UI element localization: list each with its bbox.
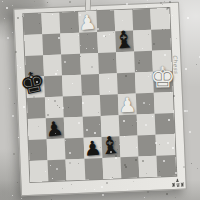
square-a8[interactable]	[23, 13, 42, 35]
off-board-object	[85, 0, 91, 10]
square-b6[interactable]	[43, 55, 62, 77]
square-h5[interactable]: ♚	[153, 71, 172, 93]
logo-pieces-row: ♜♛♜	[171, 182, 184, 188]
square-f6[interactable]	[116, 52, 135, 74]
square-g7[interactable]	[133, 30, 152, 52]
square-f1[interactable]	[120, 156, 139, 178]
square-d6[interactable]	[80, 53, 99, 75]
square-h4[interactable]	[154, 92, 173, 114]
square-b3[interactable]: ♟	[46, 118, 65, 140]
black-bishop[interactable]: ♝	[112, 27, 136, 53]
square-b7[interactable]	[42, 34, 61, 56]
square-b2[interactable]	[47, 138, 66, 160]
white-pawn[interactable]: ♟	[118, 94, 137, 115]
square-f5[interactable]	[117, 72, 136, 94]
square-e4[interactable]	[100, 94, 119, 116]
black-pawn[interactable]: ♟	[44, 118, 64, 140]
square-g4[interactable]	[136, 93, 155, 115]
square-f2[interactable]	[120, 135, 139, 157]
square-e2[interactable]: ♝	[101, 136, 120, 158]
square-a1[interactable]	[30, 160, 49, 182]
board-grid: ♟♝♚♚♟♟♟♝	[23, 8, 175, 182]
square-b1[interactable]	[48, 159, 67, 181]
chess-board: ♟♝♚♚♟♟♟♝ Chess ♟♜♛♜	[13, 2, 186, 197]
square-a5[interactable]: ♚	[26, 76, 45, 98]
square-c1[interactable]	[66, 159, 85, 181]
square-c4[interactable]	[63, 96, 82, 118]
square-e1[interactable]	[102, 157, 121, 179]
square-h1[interactable]	[157, 155, 176, 177]
white-king[interactable]: ♚	[150, 63, 176, 92]
square-d5[interactable]	[81, 74, 100, 96]
square-f3[interactable]	[119, 114, 138, 136]
square-a7[interactable]	[24, 34, 43, 56]
square-d1[interactable]	[84, 158, 103, 180]
square-f4[interactable]: ♟	[118, 93, 137, 115]
square-g3[interactable]	[137, 114, 156, 136]
square-h8[interactable]	[151, 8, 170, 30]
square-h3[interactable]	[155, 113, 174, 135]
square-f7[interactable]: ♝	[115, 31, 134, 53]
square-b8[interactable]	[42, 13, 61, 35]
square-h7[interactable]	[151, 29, 170, 51]
square-c6[interactable]	[61, 54, 80, 76]
white-pawn[interactable]: ♟	[77, 12, 97, 34]
square-g2[interactable]	[138, 135, 157, 157]
square-e5[interactable]	[99, 73, 118, 95]
black-bishop[interactable]: ♝	[98, 133, 122, 159]
square-d4[interactable]	[81, 95, 100, 117]
square-c3[interactable]	[64, 117, 83, 139]
square-e6[interactable]	[98, 52, 117, 74]
square-c5[interactable]	[62, 75, 81, 97]
square-g8[interactable]	[132, 9, 151, 31]
square-a2[interactable]	[29, 139, 48, 161]
board-logo-icon: ♟♜♛♜	[171, 178, 184, 188]
square-c8[interactable]	[60, 12, 79, 34]
square-h2[interactable]	[156, 134, 175, 156]
square-c7[interactable]	[61, 33, 80, 55]
square-c2[interactable]	[65, 138, 84, 160]
square-g1[interactable]	[139, 156, 158, 178]
square-d8[interactable]: ♟	[78, 11, 97, 33]
square-d7[interactable]	[79, 32, 98, 54]
board-photo: ♟♝♚♚♟♟♟♝ Chess ♟♜♛♜	[0, 0, 200, 200]
